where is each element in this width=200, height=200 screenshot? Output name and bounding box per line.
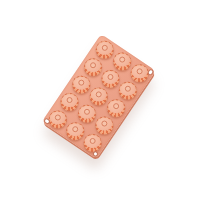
silicone-mold-tray bbox=[42, 34, 156, 159]
cavity-center-ring bbox=[113, 103, 120, 110]
mold-cavity bbox=[61, 93, 79, 111]
mold-cavity bbox=[73, 76, 91, 94]
mold-cavity bbox=[66, 122, 84, 140]
cavity-center-ring bbox=[89, 137, 96, 144]
photo-background bbox=[0, 0, 200, 200]
cavity-center-ring bbox=[101, 120, 108, 127]
mold-cavity bbox=[84, 133, 102, 151]
cavity-center-ring bbox=[124, 85, 131, 92]
mold-cavity bbox=[118, 82, 136, 100]
mold-cavity bbox=[130, 64, 148, 82]
cavity-center-ring bbox=[136, 68, 143, 75]
mold-cavity bbox=[95, 116, 113, 134]
mold-cavity bbox=[113, 53, 131, 71]
mold-cavity bbox=[107, 99, 125, 117]
mold-cavity bbox=[101, 70, 119, 88]
mold-cavity bbox=[49, 110, 67, 128]
mold-cavity bbox=[84, 59, 102, 77]
mold-cavity bbox=[78, 105, 96, 123]
cavity-grid bbox=[44, 36, 154, 157]
mold-cavity bbox=[96, 41, 114, 59]
mold-cavity bbox=[90, 87, 108, 105]
